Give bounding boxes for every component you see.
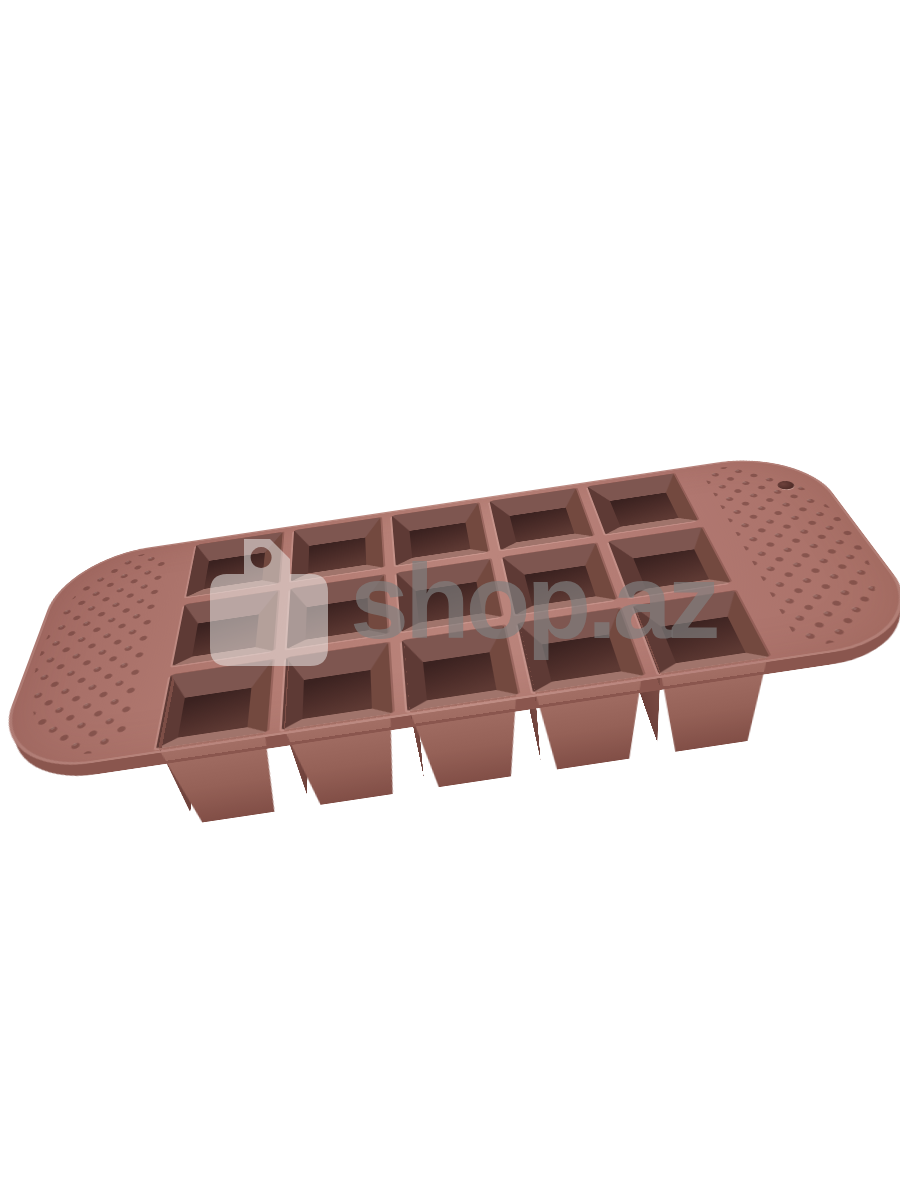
mold-cavity	[490, 488, 594, 550]
mold-cavity	[402, 625, 519, 711]
mold-cavity	[608, 527, 731, 597]
mold-cavity	[633, 591, 770, 674]
mold-cavity	[186, 532, 283, 597]
grip-dots-right	[700, 456, 900, 647]
mold-tray	[0, 450, 900, 779]
mold-cavity	[396, 559, 502, 632]
product-photo: shop.az	[0, 0, 900, 1200]
mold-cavity	[502, 543, 616, 615]
mold-scene	[26, 425, 866, 761]
mold-cavity	[392, 503, 489, 566]
mold-cavity	[587, 474, 698, 535]
cavity-grid	[66, 450, 801, 560]
grip-dots-left	[0, 550, 168, 767]
mold-cavity	[172, 591, 278, 666]
mold-cavity	[517, 608, 644, 692]
mold-cavity	[156, 660, 273, 749]
mold-cavity	[291, 518, 384, 582]
mold-cavity	[282, 642, 393, 729]
mold-cavity	[287, 575, 388, 649]
